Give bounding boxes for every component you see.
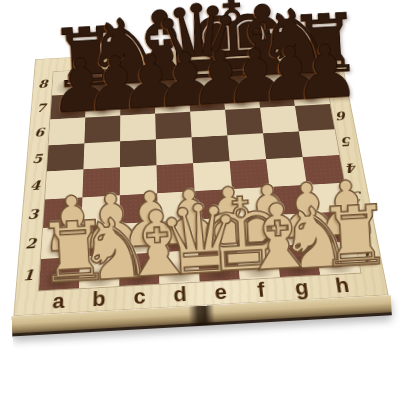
square-e6[interactable]: [190, 110, 227, 137]
piece-white-rook-h1[interactable]: ♜: [316, 202, 360, 274]
board-grid: ♜♞♝♛♚♝♞♜♟♟♟♟♟♟♟♟♟♟♟♟♟♟♟♟♜♞♝♛♚♝♞♜: [39, 57, 360, 291]
file-label-g: g: [280, 275, 324, 301]
file-label-d: d: [159, 282, 201, 309]
square-b7[interactable]: ♟: [85, 91, 120, 117]
rank-label-left-5: 5: [26, 145, 49, 173]
square-h6[interactable]: [295, 104, 334, 131]
square-h1[interactable]: ♜: [316, 241, 361, 275]
square-f7[interactable]: ♟: [223, 84, 260, 110]
piece-white-queen-d1[interactable]: ♛: [155, 200, 200, 283]
piece-black-pawn-a7[interactable]: ♟: [47, 55, 85, 119]
file-label-h: h: [320, 273, 365, 299]
square-d7[interactable]: ♟: [155, 88, 191, 114]
square-a7[interactable]: ♟: [50, 93, 86, 119]
piece-black-pawn-e7[interactable]: ♟: [187, 47, 225, 111]
file-label-c: c: [119, 284, 160, 311]
file-label-e: e: [200, 279, 242, 306]
square-c5[interactable]: [120, 139, 157, 167]
square-b6[interactable]: [84, 116, 120, 143]
file-label-a: a: [37, 288, 79, 315]
piece-black-pawn-h7[interactable]: ♟: [291, 41, 329, 105]
square-c6[interactable]: [120, 114, 156, 141]
board-front-edge: [11, 295, 392, 336]
square-h5[interactable]: [299, 129, 339, 157]
square-g5[interactable]: [263, 131, 303, 159]
hinge-seam: [188, 305, 215, 326]
rank-label-right-text-6: 6: [336, 109, 348, 123]
piece-black-pawn-g7[interactable]: ♟: [256, 43, 294, 107]
square-b5[interactable]: [83, 141, 120, 169]
square-e7[interactable]: ♟: [189, 86, 225, 112]
square-a6[interactable]: [49, 118, 86, 145]
square-d1[interactable]: ♛: [159, 250, 200, 284]
perspective-scene: ♜♞♝♛♚♝♞♜♟♟♟♟♟♟♟♟♟♟♟♟♟♟♟♟♜♞♝♛♚♝♞♜ abcdefg…: [0, 0, 391, 330]
rank-label-right-text-5: 5: [341, 134, 353, 149]
chessboard-photo: ♜♞♝♛♚♝♞♜♟♟♟♟♟♟♟♟♟♟♟♟♟♟♟♟♜♞♝♛♚♝♞♜ abcdefg…: [0, 0, 400, 399]
square-f5[interactable]: [227, 133, 266, 161]
board-rotation-wrapper: ♜♞♝♛♚♝♞♜♟♟♟♟♟♟♟♟♟♟♟♟♟♟♟♟♜♞♝♛♚♝♞♜ abcdefg…: [0, 0, 391, 330]
piece-black-pawn-f7[interactable]: ♟: [222, 45, 260, 109]
square-d5[interactable]: [156, 137, 193, 165]
square-g7[interactable]: ♟: [257, 82, 295, 108]
rank-label-left-6: 6: [28, 120, 51, 147]
file-label-b: b: [78, 286, 119, 313]
square-d6[interactable]: [155, 112, 191, 139]
square-c1[interactable]: ♝: [119, 252, 159, 286]
square-f6[interactable]: [225, 108, 263, 135]
square-e5[interactable]: [192, 135, 230, 163]
piece-black-pawn-d7[interactable]: ♟: [152, 49, 190, 113]
piece-black-pawn-c7[interactable]: ♟: [117, 51, 155, 115]
square-g6[interactable]: [260, 106, 299, 133]
piece-black-pawn-b7[interactable]: ♟: [82, 53, 120, 117]
piece-white-bishop-c1[interactable]: ♝: [115, 206, 159, 285]
piece-white-rook-a1[interactable]: ♜: [35, 217, 79, 289]
square-c7[interactable]: ♟: [120, 90, 155, 116]
square-a5[interactable]: [47, 143, 84, 171]
square-a1[interactable]: ♜: [39, 256, 80, 290]
chess-board: ♜♞♝♛♚♝♞♜♟♟♟♟♟♟♟♟♟♟♟♟♟♟♟♟♜♞♝♛♚♝♞♜ abcdefg…: [13, 42, 388, 316]
file-label-f: f: [240, 277, 283, 303]
square-h7[interactable]: ♟: [291, 80, 330, 106]
